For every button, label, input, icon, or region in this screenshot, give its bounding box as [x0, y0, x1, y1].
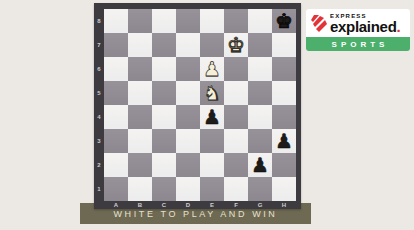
- square-g2[interactable]: ♟: [248, 153, 272, 177]
- square-h5[interactable]: [272, 81, 296, 105]
- rank-label-2: 2: [94, 153, 104, 177]
- white-pawn[interactable]: ♟: [203, 57, 221, 81]
- square-c7[interactable]: [152, 33, 176, 57]
- indian-express-logo-icon: [311, 15, 327, 32]
- square-e6[interactable]: ♟: [200, 57, 224, 81]
- square-f2[interactable]: [224, 153, 248, 177]
- chess-board[interactable]: ♚♚♟♞♟♟♟: [104, 9, 296, 201]
- square-d1[interactable]: [176, 177, 200, 201]
- rank-labels: 87654321: [94, 9, 104, 201]
- sports-bar: SPORTS: [306, 37, 410, 51]
- file-label-e: E: [200, 201, 224, 209]
- square-h3[interactable]: ♟: [272, 129, 296, 153]
- caption-white-to-play: WHITE TO PLAY AND WIN: [114, 209, 278, 219]
- square-e1[interactable]: [200, 177, 224, 201]
- square-a4[interactable]: [104, 105, 128, 129]
- square-g5[interactable]: [248, 81, 272, 105]
- square-a7[interactable]: [104, 33, 128, 57]
- square-f6[interactable]: [224, 57, 248, 81]
- square-g1[interactable]: [248, 177, 272, 201]
- file-label-h: H: [272, 201, 296, 209]
- black-pawn[interactable]: ♟: [203, 105, 221, 129]
- square-g7[interactable]: [248, 33, 272, 57]
- square-b7[interactable]: [128, 33, 152, 57]
- brand-top: EXPRESS explained.: [306, 9, 410, 37]
- sports-label: SPORTS: [332, 40, 389, 49]
- file-label-b: B: [128, 201, 152, 209]
- file-label-c: C: [152, 201, 176, 209]
- square-f3[interactable]: [224, 129, 248, 153]
- file-label-d: D: [176, 201, 200, 209]
- square-a1[interactable]: [104, 177, 128, 201]
- square-a2[interactable]: [104, 153, 128, 177]
- square-g6[interactable]: [248, 57, 272, 81]
- square-b8[interactable]: [128, 9, 152, 33]
- square-b5[interactable]: [128, 81, 152, 105]
- square-c6[interactable]: [152, 57, 176, 81]
- file-labels: ABCDEFGH: [104, 201, 296, 209]
- square-c2[interactable]: [152, 153, 176, 177]
- square-b1[interactable]: [128, 177, 152, 201]
- square-d2[interactable]: [176, 153, 200, 177]
- square-g8[interactable]: [248, 9, 272, 33]
- black-pawn[interactable]: ♟: [251, 153, 269, 177]
- square-d7[interactable]: [176, 33, 200, 57]
- square-d5[interactable]: [176, 81, 200, 105]
- square-e4[interactable]: ♟: [200, 105, 224, 129]
- square-c3[interactable]: [152, 129, 176, 153]
- black-pawn[interactable]: ♟: [275, 129, 293, 153]
- white-king[interactable]: ♚: [227, 33, 245, 57]
- square-c1[interactable]: [152, 177, 176, 201]
- rank-label-3: 3: [94, 129, 104, 153]
- square-e8[interactable]: [200, 9, 224, 33]
- square-e2[interactable]: [200, 153, 224, 177]
- square-b4[interactable]: [128, 105, 152, 129]
- explained-row: explained.: [330, 19, 401, 34]
- square-h8[interactable]: ♚: [272, 9, 296, 33]
- file-label-a: A: [104, 201, 128, 209]
- square-f4[interactable]: [224, 105, 248, 129]
- white-knight[interactable]: ♞: [203, 81, 221, 105]
- square-e3[interactable]: [200, 129, 224, 153]
- rank-label-8: 8: [94, 9, 104, 33]
- square-h6[interactable]: [272, 57, 296, 81]
- chess-board-frame: 87654321 ♚♚♟♞♟♟♟ ABCDEFGH: [94, 3, 301, 209]
- rank-label-4: 4: [94, 105, 104, 129]
- square-h4[interactable]: [272, 105, 296, 129]
- square-d8[interactable]: [176, 9, 200, 33]
- square-f5[interactable]: [224, 81, 248, 105]
- square-d6[interactable]: [176, 57, 200, 81]
- explained-dot: .: [397, 19, 401, 34]
- brand-text: EXPRESS explained.: [330, 13, 401, 34]
- file-label-f: F: [224, 201, 248, 209]
- file-label-g: G: [248, 201, 272, 209]
- square-d4[interactable]: [176, 105, 200, 129]
- square-a3[interactable]: [104, 129, 128, 153]
- square-b6[interactable]: [128, 57, 152, 81]
- square-a5[interactable]: [104, 81, 128, 105]
- black-king[interactable]: ♚: [275, 9, 293, 33]
- square-g4[interactable]: [248, 105, 272, 129]
- square-e7[interactable]: [200, 33, 224, 57]
- square-f7[interactable]: ♚: [224, 33, 248, 57]
- explained-label: explained: [330, 19, 397, 34]
- square-b3[interactable]: [128, 129, 152, 153]
- rank-label-6: 6: [94, 57, 104, 81]
- square-f1[interactable]: [224, 177, 248, 201]
- square-e5[interactable]: ♞: [200, 81, 224, 105]
- square-h2[interactable]: [272, 153, 296, 177]
- square-h1[interactable]: [272, 177, 296, 201]
- square-f8[interactable]: [224, 9, 248, 33]
- square-g3[interactable]: [248, 129, 272, 153]
- square-c5[interactable]: [152, 81, 176, 105]
- rank-label-1: 1: [94, 177, 104, 201]
- square-a8[interactable]: [104, 9, 128, 33]
- square-b2[interactable]: [128, 153, 152, 177]
- rank-label-7: 7: [94, 33, 104, 57]
- square-c4[interactable]: [152, 105, 176, 129]
- square-c8[interactable]: [152, 9, 176, 33]
- square-h7[interactable]: [272, 33, 296, 57]
- square-a6[interactable]: [104, 57, 128, 81]
- square-d3[interactable]: [176, 129, 200, 153]
- express-explained-badge: EXPRESS explained. SPORTS: [306, 9, 410, 51]
- rank-label-5: 5: [94, 81, 104, 105]
